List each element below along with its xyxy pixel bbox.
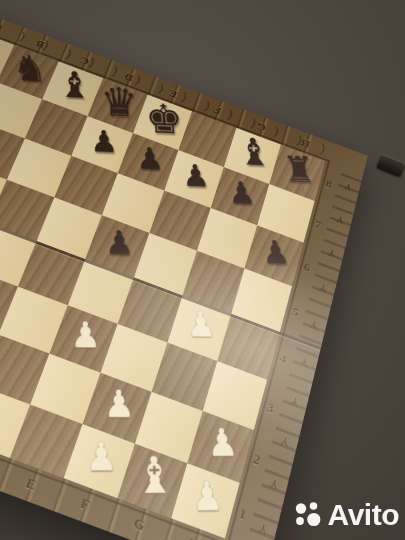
photo-scene: ABCDEFGH ) ) ) ) ) ) ) ) ) ) ) ) ) ) ) )…: [0, 0, 405, 540]
black-pawn-e5[interactable]: ♟: [105, 226, 135, 259]
carved-y-motif: Y: [344, 182, 352, 193]
black-pawn-f7[interactable]: ♟: [181, 160, 210, 191]
chess-board: ABCDEFGH ) ) ) ) ) ) ) ) ) ) ) ) ) ) ) )…: [0, 2, 368, 540]
white-bishop-g1[interactable]: ♝: [134, 451, 177, 502]
carved-y-motif: Y: [319, 282, 328, 294]
black-knight-b8[interactable]: ♞: [12, 50, 47, 88]
carved-y-motif: Y: [270, 477, 280, 491]
carved-y-motif: Y: [328, 248, 337, 260]
black-pawn-e7[interactable]: ♟: [136, 143, 165, 174]
black-bishop-g8[interactable]: ♝: [236, 133, 273, 172]
black-king-e8[interactable]: ♚: [145, 98, 185, 140]
black-pawn-h6[interactable]: ♟: [260, 236, 291, 269]
carved-y-motif: Y: [290, 395, 300, 408]
white-pawn-h2[interactable]: ♟: [206, 423, 239, 461]
black-bishop-c8[interactable]: ♝: [57, 67, 92, 105]
avito-watermark: Avito: [293, 498, 399, 532]
white-pawn-h1[interactable]: ♟: [191, 476, 225, 517]
white-pawn-f2[interactable]: ♟: [103, 385, 135, 423]
white-pawn-g4[interactable]: ♟: [186, 307, 218, 342]
white-pawn-e3[interactable]: ♟: [70, 317, 101, 353]
carved-y-motif: Y: [310, 318, 319, 330]
black-pawn-d7[interactable]: ♟: [90, 126, 119, 157]
avito-logo-icon: [293, 500, 323, 530]
black-pawn-g7[interactable]: ♟: [227, 177, 257, 208]
carved-y-motif: Y: [258, 521, 268, 536]
hinge-clasp: [376, 154, 405, 178]
white-pawn-f1[interactable]: ♟: [85, 437, 118, 477]
avito-wordmark: Avito: [328, 498, 399, 532]
black-rook-h8[interactable]: ♜: [281, 151, 317, 188]
carved-y-motif: Y: [336, 214, 345, 225]
carved-y-motif: Y: [280, 435, 290, 449]
black-queen-d8[interactable]: ♛: [100, 82, 139, 124]
carved-y-motif: Y: [300, 356, 309, 369]
